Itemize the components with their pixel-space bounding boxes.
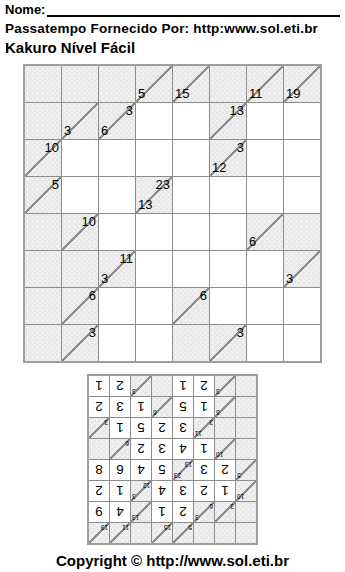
block-cell-r2c1 (236, 502, 256, 522)
entry-cell-r2c4[interactable] (136, 103, 172, 139)
clue-cell-r3c6: 312 (210, 140, 246, 176)
clue-cell-r3c1: 10 (236, 481, 256, 501)
down-clue: 5 (138, 87, 145, 101)
entry-cell-r3c2: 1 (215, 481, 235, 501)
down-clue: 19 (286, 87, 300, 101)
down-clue: 15 (175, 87, 189, 101)
clue-cell-r7c5: 6 (173, 288, 209, 324)
solution-board-rotated: 5151119336211349101234312125232313546810… (87, 374, 258, 545)
entry-cell-r2c5[interactable] (173, 103, 209, 139)
entry-cell-r4c2[interactable] (62, 177, 98, 213)
clue-cell-r4c4: 2313 (173, 460, 193, 480)
down-clue: 13 (138, 198, 152, 212)
entry-cell-r3c4[interactable] (136, 140, 172, 176)
solution-digit: 3 (152, 439, 172, 459)
entry-cell-r3c3[interactable] (99, 140, 135, 176)
solution-digit: 4 (152, 481, 172, 501)
block-cell-r8c5 (173, 325, 209, 361)
entry-cell-r2c5: 1 (152, 502, 172, 522)
clue-cell-r2c6: 13 (210, 103, 246, 139)
solution-digit: 1 (110, 418, 130, 438)
entry-cell-r7c6[interactable] (210, 288, 246, 324)
across-clue: 3 (237, 326, 244, 340)
entry-cell-r5c4[interactable] (136, 214, 172, 250)
entry-cell-r3c7[interactable] (247, 140, 283, 176)
entry-cell-r8c3[interactable] (99, 325, 135, 361)
clue-cell-r5c7: 6 (247, 214, 283, 250)
across-clue: 13 (230, 104, 244, 118)
entry-cell-r4c7: 6 (110, 460, 130, 480)
solution-digit: 3 (173, 418, 193, 438)
clue-cell-r7c2: 6 (62, 288, 98, 324)
clue-cell-r1c4: 5 (136, 66, 172, 102)
solution-digit: 2 (173, 502, 193, 522)
entry-cell-r3c4: 3 (173, 481, 193, 501)
clue-cell-r1c7: 11 (110, 523, 130, 543)
across-clue: 3 (126, 104, 133, 118)
entry-cell-r5c6[interactable] (210, 214, 246, 250)
block-cell-r6c1 (25, 251, 61, 287)
block-cell-r6c2 (62, 251, 98, 287)
entry-cell-r2c7: 4 (110, 502, 130, 522)
down-clue: 6 (209, 503, 213, 510)
block-cell-r7c1 (236, 397, 256, 417)
entry-cell-r5c3: 1 (194, 439, 214, 459)
entry-cell-r7c3: 1 (194, 397, 214, 417)
entry-cell-r3c5: 4 (152, 481, 172, 501)
down-clue: 3 (286, 272, 293, 286)
solution-digit: 4 (173, 439, 193, 459)
entry-cell-r8c4: 1 (173, 376, 193, 396)
across-clue: 6 (200, 289, 207, 303)
across-clue: 23 (156, 178, 170, 192)
solution-digit: 1 (110, 481, 130, 501)
entry-cell-r6c5: 2 (152, 418, 172, 438)
solution-digit: 5 (131, 418, 151, 438)
across-clue: 3 (237, 141, 244, 155)
across-clue: 10 (45, 141, 59, 155)
clue-cell-r7c2: 6 (215, 397, 235, 417)
entry-cell-r4c3[interactable] (99, 177, 135, 213)
solution-digit: 3 (173, 481, 193, 501)
entry-cell-r7c7[interactable] (247, 288, 283, 324)
solution-digit: 4 (110, 502, 130, 522)
block-cell-r8c1 (236, 376, 256, 396)
entry-cell-r2c4: 2 (173, 502, 193, 522)
provider-line: Passatempo Fornecido Por: http:www.sol.e… (5, 21, 340, 36)
entry-cell-r8c4[interactable] (136, 325, 172, 361)
entry-cell-r4c8[interactable] (284, 177, 320, 213)
kakuro-page: Nome: Passatempo Fornecido Por: http:www… (0, 0, 345, 569)
clue-cell-r3c6: 312 (131, 481, 151, 501)
block-cell-r1c6 (131, 523, 151, 543)
down-clue: 3 (104, 419, 108, 426)
clue-cell-r4c4: 2313 (136, 177, 172, 213)
block-cell-r5c1 (236, 439, 256, 459)
entry-cell-r4c6[interactable] (210, 177, 246, 213)
entry-cell-r4c7[interactable] (247, 177, 283, 213)
block-cell-r1c3 (99, 66, 135, 102)
entry-cell-r7c4[interactable] (136, 288, 172, 324)
entry-cell-r8c7[interactable] (247, 325, 283, 361)
block-cell-r1c2 (62, 66, 98, 102)
down-clue: 3 (101, 272, 108, 286)
block-cell-r8c1 (25, 325, 61, 361)
block-cell-r1c6 (210, 66, 246, 102)
entry-cell-r6c7: 1 (110, 418, 130, 438)
clue-cell-r1c8: 19 (284, 66, 320, 102)
down-clue: 3 (230, 503, 234, 510)
down-clue: 19 (101, 524, 108, 531)
clue-cell-r3c1: 10 (25, 140, 61, 176)
entry-cell-r5c3[interactable] (99, 214, 135, 250)
clue-cell-r6c3: 113 (194, 418, 214, 438)
down-clue: 6 (101, 124, 108, 138)
entry-cell-r5c6: 2 (131, 439, 151, 459)
solution-digit: 2 (152, 418, 172, 438)
entry-cell-r2c8[interactable] (284, 103, 320, 139)
entry-cell-r6c7[interactable] (247, 251, 283, 287)
block-cell-r6c2 (215, 418, 235, 438)
solution-digit: 1 (215, 481, 235, 501)
clue-cell-r6c8: 3 (89, 418, 109, 438)
solution-digit: 5 (173, 397, 193, 417)
across-clue: 3 (132, 388, 136, 395)
entry-cell-r4c6: 4 (131, 460, 151, 480)
across-clue: 10 (237, 493, 244, 500)
clue-cell-r4c1: 5 (25, 177, 61, 213)
across-clue: 5 (52, 178, 59, 192)
clue-cell-r8c2: 3 (215, 376, 235, 396)
down-clue: 11 (249, 87, 263, 101)
across-clue: 3 (89, 326, 96, 340)
solution-digit: 2 (131, 439, 151, 459)
down-clue: 3 (209, 419, 213, 426)
down-clue: 12 (143, 482, 150, 489)
solution-digit: 2 (215, 460, 235, 480)
entry-cell-r7c3[interactable] (99, 288, 135, 324)
across-clue: 3 (216, 388, 220, 395)
solution-digit: 1 (194, 397, 214, 417)
entry-cell-r7c7: 3 (110, 397, 130, 417)
clue-cell-r1c8: 19 (89, 523, 109, 543)
across-clue: 5 (237, 472, 241, 479)
entry-cell-r6c4[interactable] (136, 251, 172, 287)
entry-cell-r3c3: 2 (194, 481, 214, 501)
entry-cell-r3c5[interactable] (173, 140, 209, 176)
solution-digit: 2 (89, 397, 109, 417)
clue-cell-r5c2: 10 (62, 214, 98, 250)
solution-digit: 3 (110, 397, 130, 417)
clue-cell-r5c7: 6 (110, 439, 130, 459)
name-blank-line[interactable] (47, 2, 340, 17)
entry-cell-r4c2: 2 (215, 460, 235, 480)
clue-cell-r2c3: 36 (194, 502, 214, 522)
clue-cell-r2c3: 36 (99, 103, 135, 139)
entry-cell-r4c8: 8 (89, 460, 109, 480)
across-clue: 11 (120, 252, 134, 266)
entry-cell-r4c5: 5 (152, 460, 172, 480)
across-clue: 23 (174, 472, 181, 479)
down-clue: 6 (125, 440, 129, 447)
block-cell-r6c1 (236, 418, 256, 438)
clue-cell-r2c6: 13 (131, 502, 151, 522)
block-cell-r1c2 (215, 523, 235, 543)
solution-digit: 8 (89, 460, 109, 480)
entry-cell-r3c8: 2 (89, 481, 109, 501)
solution-digit: 1 (89, 376, 109, 396)
block-cell-r5c8 (284, 214, 320, 250)
entry-cell-r2c7[interactable] (247, 103, 283, 139)
kakuro-board: 515111933613103125231310611336633 (23, 64, 322, 363)
entry-cell-r7c8[interactable] (284, 288, 320, 324)
entry-cell-r6c6[interactable] (210, 251, 246, 287)
down-clue: 3 (64, 124, 71, 138)
block-cell-r5c8 (89, 439, 109, 459)
clue-cell-r5c2: 10 (215, 439, 235, 459)
clue-cell-r8c2: 3 (62, 325, 98, 361)
entry-cell-r6c5[interactable] (173, 251, 209, 287)
clue-cell-r7c5: 6 (152, 397, 172, 417)
block-cell-r1c1 (25, 66, 61, 102)
solution-digit: 2 (110, 376, 130, 396)
block-cell-r7c1 (25, 288, 61, 324)
page-title: Kakuro Nível Fácil (5, 39, 340, 56)
down-clue: 12 (212, 161, 226, 175)
entry-cell-r7c8: 2 (89, 397, 109, 417)
solution-digit: 1 (131, 397, 151, 417)
across-clue: 10 (82, 215, 96, 229)
entry-cell-r3c7: 1 (110, 481, 130, 501)
clue-cell-r6c3: 113 (99, 251, 135, 287)
across-clue: 3 (132, 493, 136, 500)
clue-cell-r1c5: 15 (173, 66, 209, 102)
block-cell-r1c1 (236, 523, 256, 543)
entry-cell-r8c8: 1 (89, 376, 109, 396)
solution-digit: 2 (194, 376, 214, 396)
clue-cell-r8c6: 3 (131, 376, 151, 396)
across-clue: 11 (195, 430, 202, 437)
solution-digit: 6 (110, 460, 130, 480)
entry-cell-r5c4: 4 (173, 439, 193, 459)
down-clue: 5 (188, 524, 192, 531)
clue-cell-r8c6: 3 (210, 325, 246, 361)
clue-cell-r6c8: 3 (284, 251, 320, 287)
solution-digit: 2 (89, 481, 109, 501)
entry-cell-r5c5: 3 (152, 439, 172, 459)
name-row: Nome: (5, 2, 340, 17)
solution-digit: 2 (194, 481, 214, 501)
across-clue: 6 (216, 409, 220, 416)
down-clue: 6 (249, 235, 256, 249)
entry-cell-r4c5[interactable] (173, 177, 209, 213)
solution-digit: 1 (194, 439, 214, 459)
clue-cell-r1c4: 5 (173, 523, 193, 543)
across-clue: 6 (153, 409, 157, 416)
block-cell-r5c1 (25, 214, 61, 250)
solution-digit: 3 (194, 460, 214, 480)
across-clue: 3 (195, 514, 199, 521)
solution-digit: 5 (152, 460, 172, 480)
down-clue: 15 (164, 524, 171, 531)
block-cell-r2c1 (25, 103, 61, 139)
entry-cell-r5c5[interactable] (173, 214, 209, 250)
clue-cell-r1c7: 11 (247, 66, 283, 102)
down-clue: 11 (122, 524, 129, 531)
clue-cell-r4c1: 5 (236, 460, 256, 480)
entry-cell-r8c8[interactable] (284, 325, 320, 361)
clue-cell-r2c2: 3 (215, 502, 235, 522)
entry-cell-r7c6: 1 (131, 397, 151, 417)
entry-cell-r8c7: 2 (110, 376, 130, 396)
solution-digit: 4 (131, 460, 151, 480)
across-clue: 13 (132, 514, 139, 521)
solution-digit: 1 (173, 376, 193, 396)
entry-cell-r3c2[interactable] (62, 140, 98, 176)
block-cell-r1c3 (194, 523, 214, 543)
entry-cell-r8c3: 2 (194, 376, 214, 396)
solution-digit: 9 (89, 502, 109, 522)
block-cell-r8c5 (152, 376, 172, 396)
copyright-text: Copyright © http://www.sol.eti.br (5, 552, 340, 569)
entry-cell-r3c8[interactable] (284, 140, 320, 176)
down-clue: 13 (185, 461, 192, 468)
across-clue: 6 (89, 289, 96, 303)
clue-cell-r1c5: 15 (152, 523, 172, 543)
clue-cell-r2c2: 3 (62, 103, 98, 139)
entry-cell-r7c4: 5 (173, 397, 193, 417)
across-clue: 10 (216, 451, 223, 458)
entry-cell-r6c4: 3 (173, 418, 193, 438)
entry-cell-r6c6: 5 (131, 418, 151, 438)
entry-cell-r4c3: 3 (194, 460, 214, 480)
name-label: Nome: (5, 2, 45, 17)
solution-digit: 1 (152, 502, 172, 522)
entry-cell-r2c8: 9 (89, 502, 109, 522)
